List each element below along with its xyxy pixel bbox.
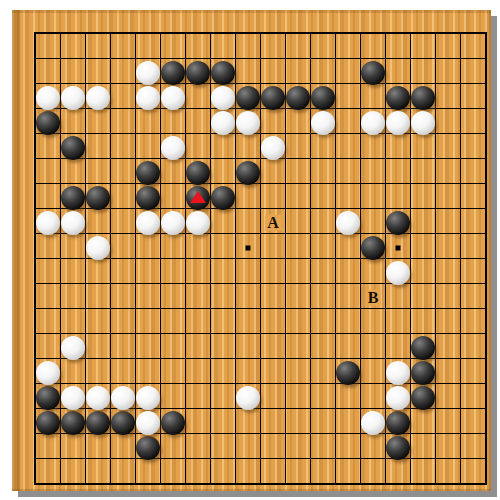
white-stone[interactable]	[361, 411, 385, 435]
white-stone[interactable]	[211, 111, 235, 135]
white-stone[interactable]	[86, 386, 110, 410]
black-stone[interactable]	[86, 411, 110, 435]
white-stone[interactable]	[136, 86, 160, 110]
black-stone[interactable]	[386, 411, 410, 435]
black-stone[interactable]	[36, 111, 60, 135]
white-stone[interactable]	[336, 211, 360, 235]
black-stone[interactable]	[386, 86, 410, 110]
white-stone[interactable]	[61, 336, 85, 360]
white-stone[interactable]	[61, 86, 85, 110]
black-stone[interactable]	[211, 61, 235, 85]
white-stone[interactable]	[36, 211, 60, 235]
white-stone[interactable]	[86, 236, 110, 260]
white-stone[interactable]	[161, 86, 185, 110]
white-stone[interactable]	[136, 386, 160, 410]
white-stone[interactable]	[86, 86, 110, 110]
white-stone[interactable]	[61, 386, 85, 410]
white-stone[interactable]	[61, 211, 85, 235]
go-diagram-page: AB	[0, 0, 500, 500]
black-stone[interactable]	[136, 161, 160, 185]
white-stone[interactable]	[261, 136, 285, 160]
black-stone[interactable]	[386, 211, 410, 235]
black-stone[interactable]	[361, 236, 385, 260]
point-label-A: A	[265, 215, 281, 231]
black-stone[interactable]	[186, 186, 210, 210]
black-stone[interactable]	[161, 61, 185, 85]
white-stone[interactable]	[111, 386, 135, 410]
white-stone[interactable]	[186, 211, 210, 235]
white-stone[interactable]	[161, 136, 185, 160]
white-stone[interactable]	[36, 86, 60, 110]
black-stone[interactable]	[311, 86, 335, 110]
white-stone[interactable]	[361, 111, 385, 135]
black-stone[interactable]	[136, 436, 160, 460]
star-point	[246, 246, 251, 251]
black-stone[interactable]	[336, 361, 360, 385]
white-stone[interactable]	[386, 261, 410, 285]
black-stone[interactable]	[61, 411, 85, 435]
star-point	[396, 246, 401, 251]
black-stone[interactable]	[411, 336, 435, 360]
black-stone[interactable]	[236, 86, 260, 110]
black-stone[interactable]	[411, 86, 435, 110]
black-stone[interactable]	[211, 186, 235, 210]
white-stone[interactable]	[236, 386, 260, 410]
white-stone[interactable]	[136, 61, 160, 85]
white-stone[interactable]	[161, 211, 185, 235]
black-stone[interactable]	[361, 61, 385, 85]
black-stone[interactable]	[86, 186, 110, 210]
white-stone[interactable]	[311, 111, 335, 135]
black-stone[interactable]	[61, 136, 85, 160]
triangle-marker-icon	[190, 191, 206, 203]
white-stone[interactable]	[386, 361, 410, 385]
white-stone[interactable]	[36, 361, 60, 385]
black-stone[interactable]	[111, 411, 135, 435]
point-label-B: B	[366, 290, 381, 306]
black-stone[interactable]	[136, 186, 160, 210]
white-stone[interactable]	[236, 111, 260, 135]
black-stone[interactable]	[61, 186, 85, 210]
black-stone[interactable]	[161, 411, 185, 435]
black-stone[interactable]	[36, 411, 60, 435]
stones-layer: AB	[0, 0, 500, 500]
black-stone[interactable]	[386, 436, 410, 460]
black-stone[interactable]	[186, 61, 210, 85]
white-stone[interactable]	[136, 411, 160, 435]
black-stone[interactable]	[236, 161, 260, 185]
white-stone[interactable]	[386, 111, 410, 135]
black-stone[interactable]	[261, 86, 285, 110]
white-stone[interactable]	[386, 386, 410, 410]
white-stone[interactable]	[136, 211, 160, 235]
white-stone[interactable]	[211, 86, 235, 110]
black-stone[interactable]	[411, 361, 435, 385]
black-stone[interactable]	[411, 386, 435, 410]
white-stone[interactable]	[411, 111, 435, 135]
black-stone[interactable]	[186, 161, 210, 185]
black-stone[interactable]	[36, 386, 60, 410]
black-stone[interactable]	[286, 86, 310, 110]
